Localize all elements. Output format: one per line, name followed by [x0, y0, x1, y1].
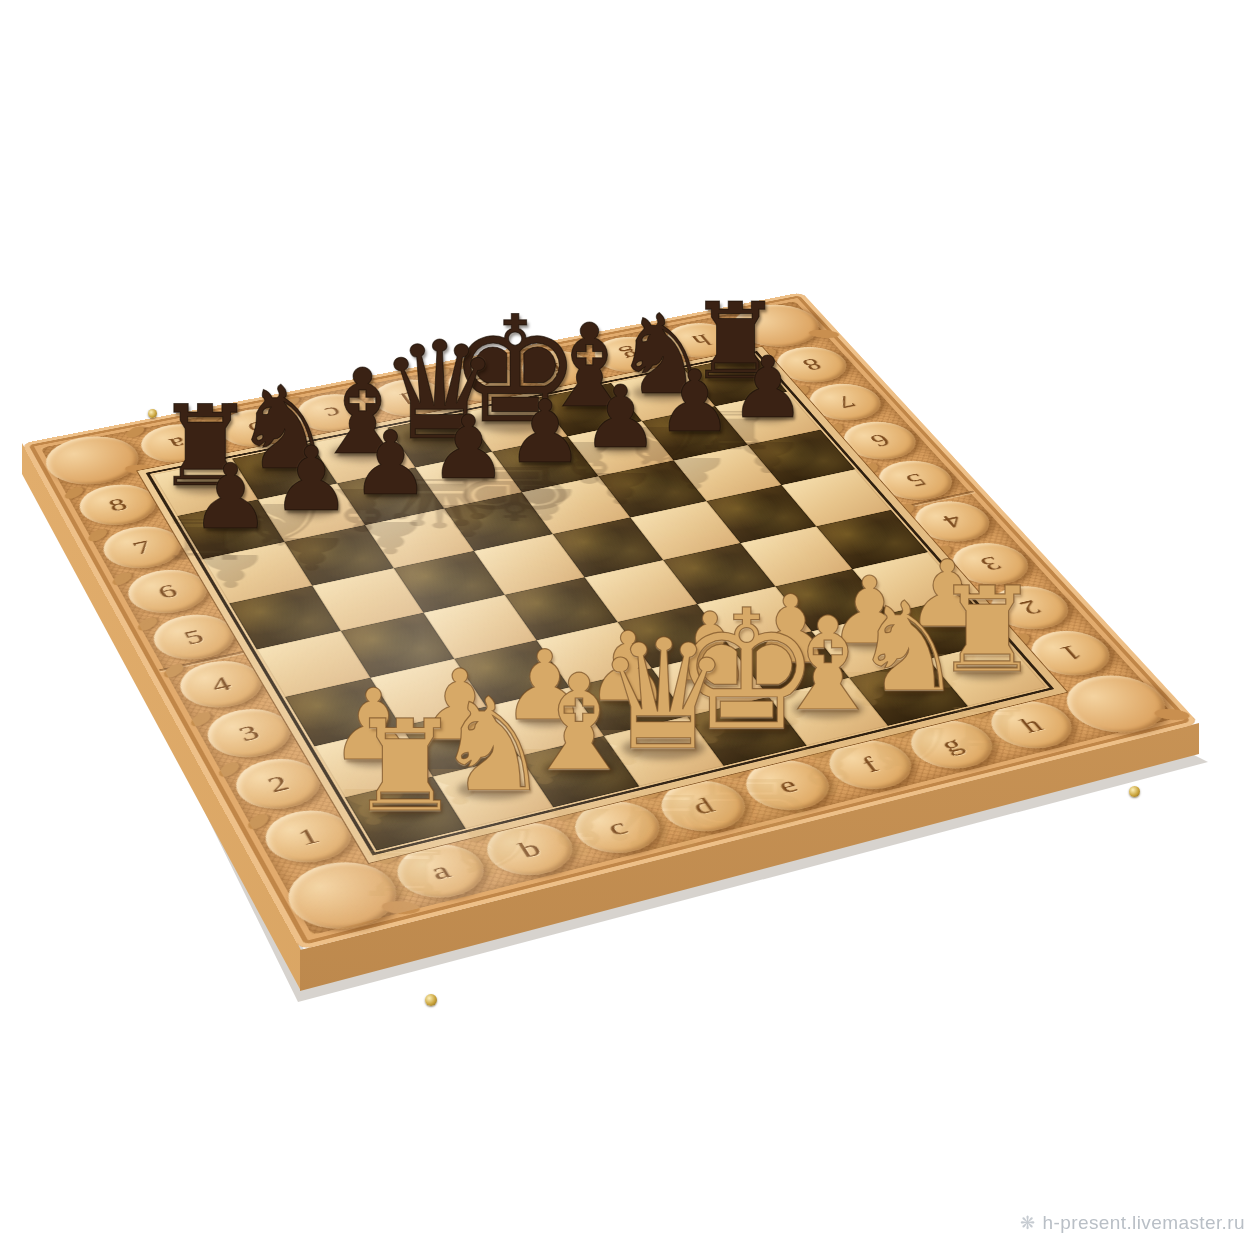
chess-board: 88aa77bb66cc55dd44ee33ff22gg11hh	[22, 292, 1199, 950]
brass-hinge-pin-left	[148, 409, 157, 418]
watermark-text: h-present.livemaster.ru	[1043, 1212, 1245, 1234]
brass-hinge-pin-right	[1129, 786, 1140, 797]
watermark-flower-icon: ❋	[1020, 1212, 1035, 1234]
watermark: ❋ h-present.livemaster.ru	[1020, 1212, 1245, 1234]
brass-clasp-front	[425, 994, 437, 1006]
product-photo-stage: 88aa77bb66cc55dd44ee33ff22gg11hh ♜♜♞♞♝♝♛…	[0, 0, 1250, 1250]
